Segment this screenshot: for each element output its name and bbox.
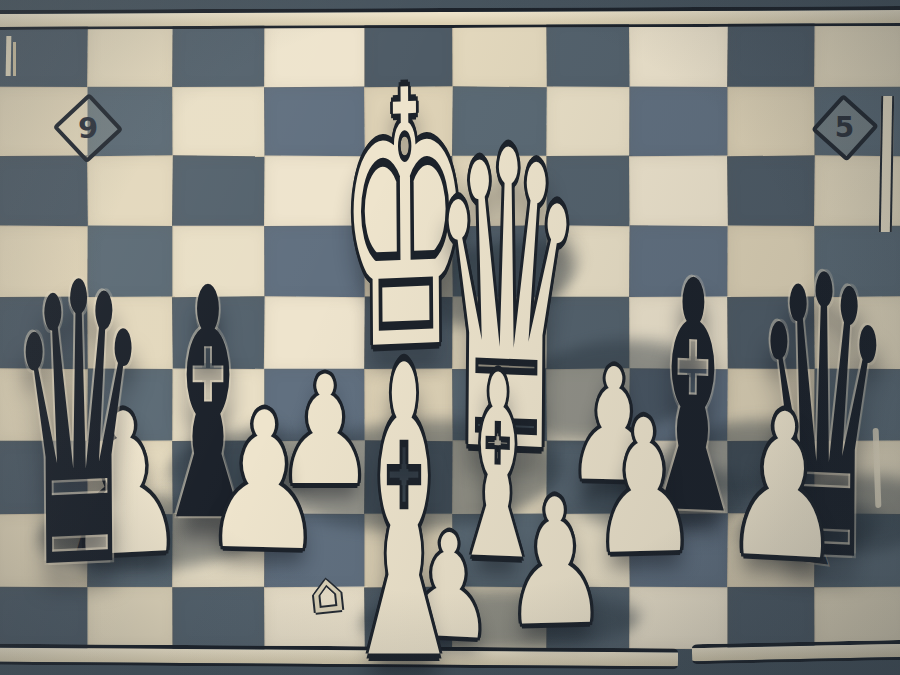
chess-illustration-scene: 95▲⌂▲ ♚♛♟♟♝♝♛♟♟♟♛♝♟♟♟♝ [0,0,900,675]
chess-piece-light-pawn[interactable]: ♟ [503,476,609,652]
chess-piece-light-bishop[interactable]: ♝ [336,316,472,675]
piece-layer: ♚♛♟♟♝♝♛♟♟♟♛♝♟♟♟♝ [0,0,900,675]
chess-piece-light-pawn[interactable]: ♟ [202,386,326,578]
chess-piece-light-pawn[interactable]: ♟ [723,385,844,589]
chess-piece-dark-queen[interactable]: ♛ [8,232,151,626]
